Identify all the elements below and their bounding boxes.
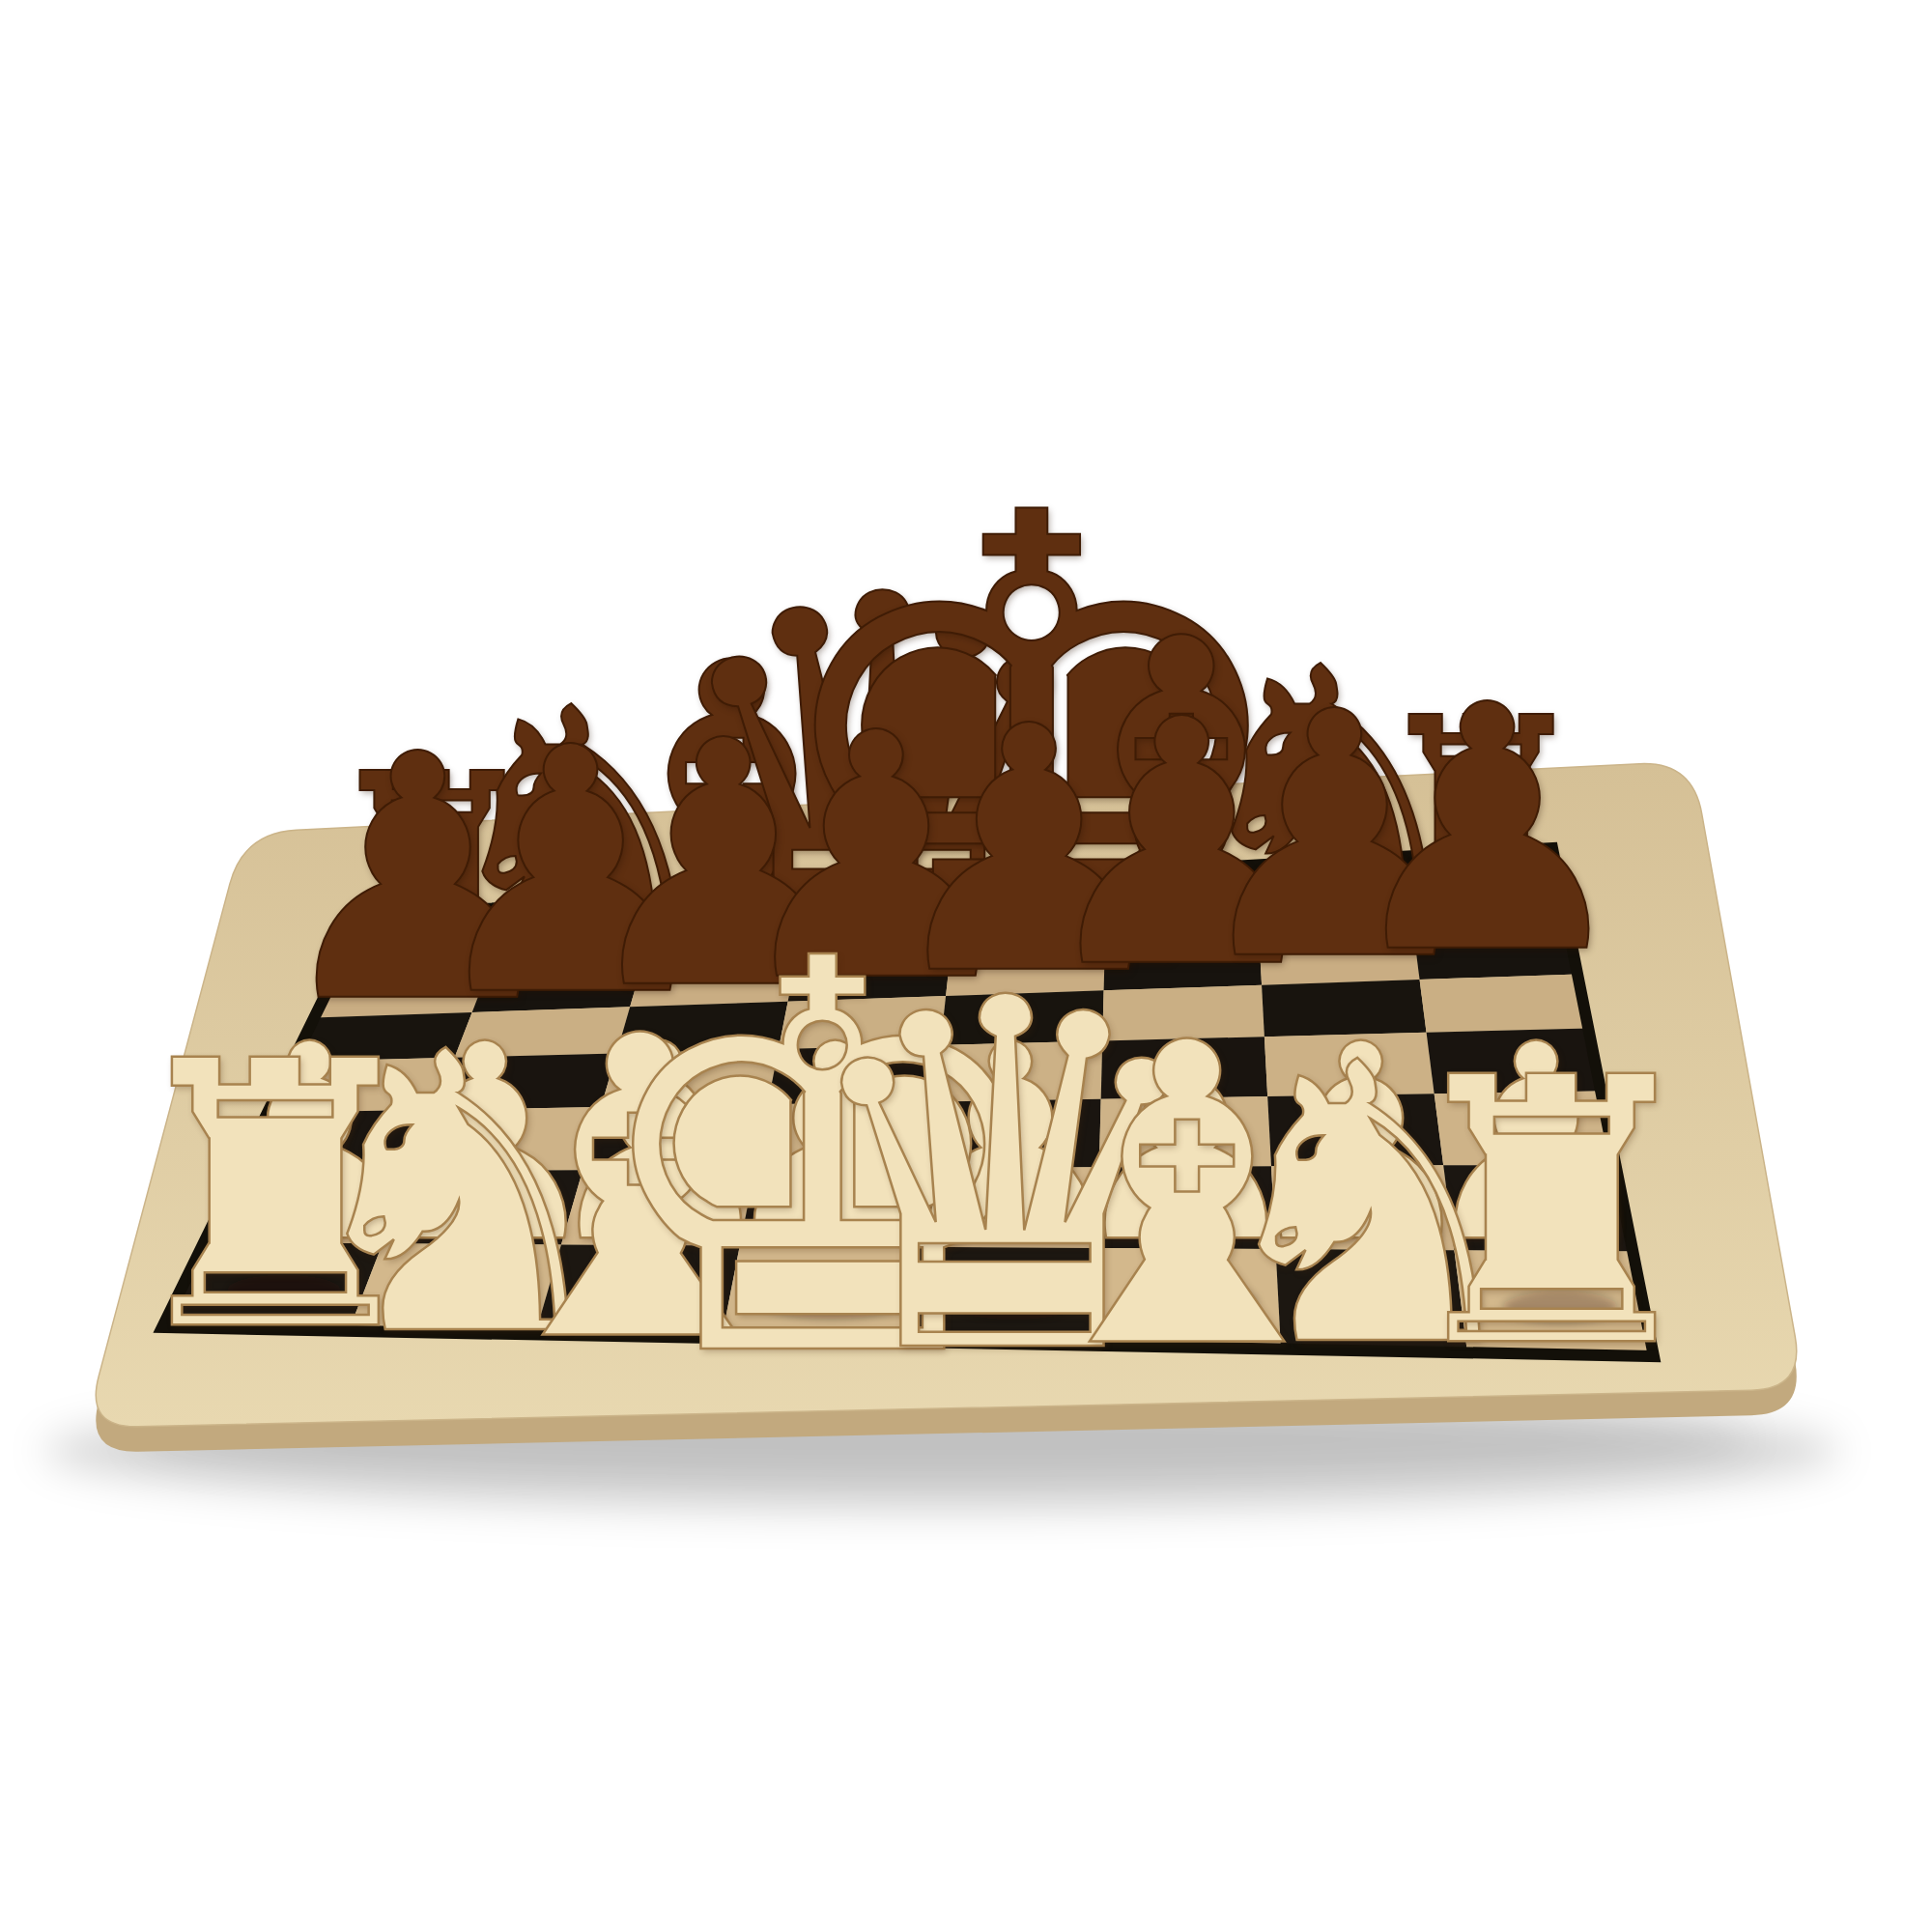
chess-board <box>0 0 1932 1932</box>
square-e4 <box>934 1040 1102 1101</box>
square-g3 <box>1267 1094 1443 1166</box>
square-b5 <box>455 1007 631 1057</box>
square-f5 <box>1102 985 1264 1041</box>
square-h4 <box>1427 1029 1602 1094</box>
square-h3 <box>1435 1091 1616 1165</box>
square-c4 <box>601 1049 779 1107</box>
square-d4 <box>768 1045 941 1105</box>
square-b4 <box>435 1053 617 1109</box>
square-f6 <box>1104 940 1262 990</box>
square-g6 <box>1260 933 1420 984</box>
square-b3 <box>411 1107 601 1171</box>
square-d3 <box>754 1102 934 1170</box>
square-c6 <box>630 959 796 1007</box>
square-d5 <box>779 996 946 1049</box>
square-h5 <box>1420 974 1589 1032</box>
square-b6 <box>472 966 642 1012</box>
square-e5 <box>941 990 1104 1044</box>
square-e3 <box>927 1099 1101 1169</box>
square-g4 <box>1264 1033 1435 1096</box>
square-d6 <box>788 953 951 1002</box>
square-c3 <box>582 1104 767 1170</box>
product-photo-stage: ♜♞♝♛♚♝♞♜♟♟♟♟♟♟♟♟♟♟♟♟♟♟♟♟♜♞♝♚♛♝♞♜ <box>0 0 1932 1932</box>
squares <box>162 848 1654 1356</box>
square-a6 <box>314 973 487 1017</box>
square-f4 <box>1101 1037 1268 1099</box>
square-f3 <box>1099 1096 1271 1167</box>
square-c5 <box>616 1002 787 1054</box>
square-g5 <box>1262 980 1426 1037</box>
square-e6 <box>946 947 1105 996</box>
square-h6 <box>1413 926 1577 980</box>
